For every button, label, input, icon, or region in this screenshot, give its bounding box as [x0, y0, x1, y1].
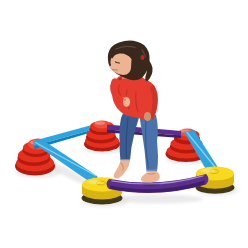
- child-right-hand: [123, 97, 130, 107]
- stone-highlight: [201, 168, 215, 172]
- stone-highlight: [87, 180, 101, 184]
- hand-detail: [124, 99, 126, 101]
- child: [108, 41, 160, 183]
- ankle-line: [148, 174, 155, 175]
- child-right-leg-jeans: [119, 111, 140, 161]
- shadow-front-beam: [111, 195, 203, 204]
- hair-tie: [141, 55, 145, 60]
- product-photo: [0, 0, 248, 248]
- child-left-leg-jeans: [140, 112, 158, 172]
- balance-course-scene: [0, 0, 248, 248]
- jeans-cuff: [147, 170, 157, 171]
- stone-highlight: [95, 121, 105, 125]
- child-left-foot: [141, 172, 160, 183]
- foot-contact-shadow: [142, 182, 160, 186]
- child-left-hand: [144, 112, 151, 121]
- stepping-stone-back-middle: [84, 121, 120, 152]
